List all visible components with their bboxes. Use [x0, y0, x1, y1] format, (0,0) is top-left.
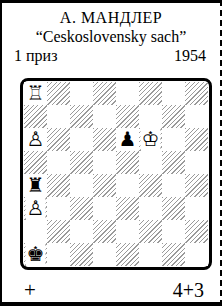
square-f4[interactable]	[139, 174, 162, 197]
source-title: “Ceskoslovensky sach”	[2, 27, 220, 46]
square-a3[interactable]: ♙	[24, 197, 47, 220]
square-f1[interactable]	[139, 243, 162, 266]
square-a8[interactable]: ♖	[24, 82, 47, 105]
square-e3[interactable]	[116, 197, 139, 220]
square-c4[interactable]	[70, 174, 93, 197]
square-e7[interactable]	[116, 105, 139, 128]
square-g6[interactable]	[162, 128, 185, 151]
square-a5[interactable]	[24, 151, 47, 174]
square-a4[interactable]: ♜	[24, 174, 47, 197]
square-g3[interactable]	[162, 197, 185, 220]
square-e2[interactable]	[116, 220, 139, 243]
square-h5[interactable]	[185, 151, 208, 174]
black-king: ♚	[27, 244, 45, 265]
square-a2[interactable]	[24, 220, 47, 243]
square-h6[interactable]	[185, 128, 208, 151]
square-a6[interactable]: ♙	[24, 128, 47, 151]
square-g1[interactable]	[162, 243, 185, 266]
square-b2[interactable]	[47, 220, 70, 243]
material-count-label: 4+3	[173, 279, 204, 301]
square-d8[interactable]	[93, 82, 116, 105]
square-c6[interactable]	[70, 128, 93, 151]
diagram-page: А. МАНДЛЕР “Ceskoslovensky sach” 1 приз …	[0, 0, 222, 306]
white-pawn: ♙	[27, 198, 45, 219]
board-frame: ♖♙♟♔♜♙♚	[20, 78, 212, 270]
square-b6[interactable]	[47, 128, 70, 151]
square-f7[interactable]	[139, 105, 162, 128]
square-f3[interactable]	[139, 197, 162, 220]
square-g2[interactable]	[162, 220, 185, 243]
square-e1[interactable]	[116, 243, 139, 266]
prize-label: 1 приз	[14, 46, 57, 65]
square-f6[interactable]: ♔	[139, 128, 162, 151]
square-f8[interactable]	[139, 82, 162, 105]
square-c8[interactable]	[70, 82, 93, 105]
year-label: 1954	[174, 46, 206, 65]
black-pawn: ♟	[119, 129, 137, 150]
square-h1[interactable]	[185, 243, 208, 266]
square-a1[interactable]: ♚	[24, 243, 47, 266]
square-a7[interactable]	[24, 105, 47, 128]
square-f5[interactable]	[139, 151, 162, 174]
white-pawn: ♙	[27, 129, 45, 150]
square-d4[interactable]	[93, 174, 116, 197]
chess-board: ♖♙♟♔♜♙♚	[24, 82, 208, 266]
square-h8[interactable]	[185, 82, 208, 105]
square-e6[interactable]: ♟	[116, 128, 139, 151]
square-h7[interactable]	[185, 105, 208, 128]
square-b3[interactable]	[47, 197, 70, 220]
square-h2[interactable]	[185, 220, 208, 243]
square-e8[interactable]	[116, 82, 139, 105]
square-h3[interactable]	[185, 197, 208, 220]
diagram-header: А. МАНДЛЕР “Ceskoslovensky sach” 1 приз …	[2, 8, 220, 65]
square-e4[interactable]	[116, 174, 139, 197]
square-c3[interactable]	[70, 197, 93, 220]
square-g5[interactable]	[162, 151, 185, 174]
square-h4[interactable]	[185, 174, 208, 197]
stipulation-label: +	[24, 279, 36, 301]
square-d5[interactable]	[93, 151, 116, 174]
square-d1[interactable]	[93, 243, 116, 266]
square-b8[interactable]	[47, 82, 70, 105]
square-c2[interactable]	[70, 220, 93, 243]
square-g4[interactable]	[162, 174, 185, 197]
square-g8[interactable]	[162, 82, 185, 105]
black-rook: ♜	[27, 175, 45, 196]
square-d2[interactable]	[93, 220, 116, 243]
square-e5[interactable]	[116, 151, 139, 174]
square-b5[interactable]	[47, 151, 70, 174]
square-d3[interactable]	[93, 197, 116, 220]
white-rook: ♖	[27, 83, 45, 104]
square-b7[interactable]	[47, 105, 70, 128]
diagram-caption: + 4+3	[2, 279, 220, 301]
square-g7[interactable]	[162, 105, 185, 128]
square-c1[interactable]	[70, 243, 93, 266]
square-c7[interactable]	[70, 105, 93, 128]
prize-year-row: 1 приз 1954	[2, 46, 220, 65]
square-b1[interactable]	[47, 243, 70, 266]
square-d7[interactable]	[93, 105, 116, 128]
square-d6[interactable]	[93, 128, 116, 151]
square-f2[interactable]	[139, 220, 162, 243]
white-king: ♔	[142, 129, 160, 150]
square-b4[interactable]	[47, 174, 70, 197]
square-c5[interactable]	[70, 151, 93, 174]
author-name: А. МАНДЛЕР	[2, 8, 220, 27]
